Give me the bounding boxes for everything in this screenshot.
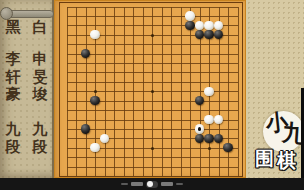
grid-line-horizontal — [67, 176, 238, 177]
star-point — [151, 34, 154, 37]
white-stone — [204, 87, 213, 96]
white-label: 白 — [30, 19, 50, 37]
grid-line-horizontal — [67, 110, 238, 111]
logo-char: 围 — [255, 146, 274, 172]
player-text-char: 豪 — [3, 86, 23, 104]
black-stone — [90, 96, 99, 105]
player-info-panel: 黑 李轩豪 九段 白 申旻埈 九段 — [0, 0, 54, 178]
grid-line-vertical — [190, 7, 191, 177]
grid-line-vertical — [171, 7, 172, 177]
black-stone — [185, 21, 194, 30]
grid-line-horizontal — [67, 129, 238, 130]
player-text-char: 白 — [30, 19, 50, 37]
white-player-name: 申旻埈 — [30, 51, 50, 104]
black-stone — [81, 124, 90, 133]
black-stone — [204, 134, 213, 143]
white-stone — [195, 21, 204, 30]
white-stone — [204, 115, 213, 124]
control-dash-icon — [121, 183, 128, 185]
player-text-char: 九 — [3, 121, 23, 139]
black-label: 黑 — [3, 19, 23, 37]
white-stone — [204, 21, 213, 30]
go-board — [54, 0, 246, 178]
grid-line-vertical — [181, 7, 182, 177]
black-player-rank: 九段 — [3, 121, 23, 156]
grid-line-horizontal — [67, 157, 238, 158]
control-quality-icon[interactable] — [161, 182, 173, 186]
player-text-char: 申 — [30, 51, 50, 69]
black-stone — [204, 30, 213, 39]
player-text-char: 轩 — [3, 69, 23, 87]
player-controls — [121, 181, 183, 188]
white-stone — [214, 21, 223, 30]
last-move-marker — [198, 127, 201, 130]
player-text-char: 李 — [3, 51, 23, 69]
grid-line-horizontal — [67, 167, 238, 168]
white-stone — [90, 30, 99, 39]
grid-line-vertical — [162, 7, 163, 177]
player-text-char: 埈 — [30, 86, 50, 104]
channel-logo: 小 九 围 棋 — [246, 100, 304, 178]
star-point — [208, 147, 211, 150]
grid-line-vertical — [238, 7, 239, 177]
video-control-bar[interactable] — [0, 178, 304, 190]
player-text-char: 九 — [30, 121, 50, 139]
player-text-char: 段 — [3, 139, 23, 157]
toggle-knob-icon — [147, 181, 153, 187]
right-edge-bar — [301, 88, 304, 190]
control-dash-icon — [176, 183, 183, 185]
logo-char: 棋 — [277, 148, 296, 174]
player-text-char: 段 — [30, 139, 50, 157]
player-text-char: 黑 — [3, 19, 23, 37]
white-player-rank: 九段 — [30, 121, 50, 156]
player-text-char: 旻 — [30, 69, 50, 87]
black-player-name: 李轩豪 — [3, 51, 23, 104]
danmaku-toggle[interactable] — [146, 181, 158, 188]
control-segment-icon[interactable] — [131, 182, 143, 186]
white-stone — [185, 11, 194, 20]
video-frame: 黑 李轩豪 九段 白 申旻埈 九段 小 九 围 棋 — [0, 0, 304, 190]
star-point — [151, 147, 154, 150]
